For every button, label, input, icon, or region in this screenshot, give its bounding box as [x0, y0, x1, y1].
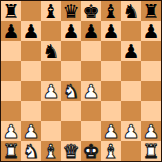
square-f2[interactable]: ♟	[101, 121, 121, 141]
black-rook-piece[interactable]: ♜	[142, 1, 159, 21]
square-b2[interactable]: ♟	[21, 121, 41, 141]
black-bishop-piece[interactable]: ♝	[102, 1, 119, 21]
square-h6[interactable]	[141, 41, 161, 61]
square-d6[interactable]	[61, 41, 81, 61]
black-bishop-piece[interactable]: ♝	[42, 1, 59, 21]
square-g6[interactable]: ♟	[121, 41, 141, 61]
white-rook-piece[interactable]: ♜	[2, 141, 19, 161]
black-king-piece[interactable]: ♚	[82, 1, 99, 21]
square-a8[interactable]: ♜	[1, 1, 21, 21]
square-a2[interactable]: ♟	[1, 121, 21, 141]
white-pawn-piece[interactable]: ♟	[122, 121, 139, 141]
square-f7[interactable]: ♟	[101, 21, 121, 41]
white-bishop-piece[interactable]: ♝	[42, 141, 59, 161]
square-h4[interactable]	[141, 81, 161, 101]
square-d5[interactable]	[61, 61, 81, 81]
square-g5[interactable]	[121, 61, 141, 81]
white-bishop-piece[interactable]: ♝	[102, 141, 119, 161]
white-pawn-piece[interactable]: ♟	[102, 121, 119, 141]
black-rook-piece[interactable]: ♜	[2, 1, 19, 21]
black-knight-piece[interactable]: ♞	[122, 1, 139, 21]
square-a1[interactable]: ♜	[1, 141, 21, 161]
black-pawn-piece[interactable]: ♟	[102, 21, 119, 41]
white-pawn-piece[interactable]: ♟	[42, 81, 59, 101]
white-rook-piece[interactable]: ♜	[142, 141, 159, 161]
square-d2[interactable]	[61, 121, 81, 141]
square-c8[interactable]: ♝	[41, 1, 61, 21]
square-e6[interactable]	[81, 41, 101, 61]
square-a7[interactable]: ♟	[1, 21, 21, 41]
square-d1[interactable]: ♛	[61, 141, 81, 161]
black-queen-piece[interactable]: ♛	[62, 1, 79, 21]
black-pawn-piece[interactable]: ♟	[82, 21, 99, 41]
square-g4[interactable]	[121, 81, 141, 101]
square-b6[interactable]	[21, 41, 41, 61]
square-e1[interactable]: ♚	[81, 141, 101, 161]
square-h1[interactable]: ♜	[141, 141, 161, 161]
square-c1[interactable]: ♝	[41, 141, 61, 161]
square-f8[interactable]: ♝	[101, 1, 121, 21]
square-c6[interactable]: ♞	[41, 41, 61, 61]
square-f1[interactable]: ♝	[101, 141, 121, 161]
square-e3[interactable]	[81, 101, 101, 121]
square-f4[interactable]	[101, 81, 121, 101]
square-b4[interactable]	[21, 81, 41, 101]
square-f3[interactable]	[101, 101, 121, 121]
square-e2[interactable]	[81, 121, 101, 141]
white-pawn-piece[interactable]: ♟	[82, 81, 99, 101]
square-g1[interactable]	[121, 141, 141, 161]
white-pawn-piece[interactable]: ♟	[22, 121, 39, 141]
square-c5[interactable]	[41, 61, 61, 81]
square-f5[interactable]	[101, 61, 121, 81]
square-c2[interactable]	[41, 121, 61, 141]
square-g7[interactable]	[121, 21, 141, 41]
square-c4[interactable]: ♟	[41, 81, 61, 101]
square-g2[interactable]: ♟	[121, 121, 141, 141]
black-pawn-piece[interactable]: ♟	[22, 21, 39, 41]
square-e7[interactable]: ♟	[81, 21, 101, 41]
square-f6[interactable]	[101, 41, 121, 61]
square-d4[interactable]: ♞	[61, 81, 81, 101]
white-queen-piece[interactable]: ♛	[62, 141, 79, 161]
square-b5[interactable]	[21, 61, 41, 81]
square-d7[interactable]: ♟	[61, 21, 81, 41]
black-pawn-piece[interactable]: ♟	[142, 21, 159, 41]
black-pawn-piece[interactable]: ♟	[122, 41, 139, 61]
square-c3[interactable]	[41, 101, 61, 121]
white-pawn-piece[interactable]: ♟	[142, 121, 159, 141]
square-h2[interactable]: ♟	[141, 121, 161, 141]
white-knight-piece[interactable]: ♞	[62, 81, 79, 101]
square-g8[interactable]: ♞	[121, 1, 141, 21]
black-pawn-piece[interactable]: ♟	[2, 21, 19, 41]
square-e8[interactable]: ♚	[81, 1, 101, 21]
square-h3[interactable]	[141, 101, 161, 121]
square-a3[interactable]	[1, 101, 21, 121]
white-pawn-piece[interactable]: ♟	[2, 121, 19, 141]
square-b3[interactable]	[21, 101, 41, 121]
black-knight-piece[interactable]: ♞	[42, 41, 59, 61]
black-pawn-piece[interactable]: ♟	[62, 21, 79, 41]
square-h5[interactable]	[141, 61, 161, 81]
square-b7[interactable]: ♟	[21, 21, 41, 41]
square-h7[interactable]: ♟	[141, 21, 161, 41]
square-g3[interactable]	[121, 101, 141, 121]
white-king-piece[interactable]: ♚	[82, 141, 99, 161]
square-a6[interactable]	[1, 41, 21, 61]
chess-board: ♜♝♛♚♝♞♜♟♟♟♟♟♟♞♟♟♞♟♟♟♟♟♟♜♞♝♛♚♝♜	[0, 0, 162, 162]
square-c7[interactable]	[41, 21, 61, 41]
square-a5[interactable]	[1, 61, 21, 81]
square-d3[interactable]	[61, 101, 81, 121]
square-e4[interactable]: ♟	[81, 81, 101, 101]
white-knight-piece[interactable]: ♞	[22, 141, 39, 161]
square-a4[interactable]	[1, 81, 21, 101]
square-b8[interactable]	[21, 1, 41, 21]
square-h8[interactable]: ♜	[141, 1, 161, 21]
square-b1[interactable]: ♞	[21, 141, 41, 161]
square-e5[interactable]	[81, 61, 101, 81]
square-d8[interactable]: ♛	[61, 1, 81, 21]
